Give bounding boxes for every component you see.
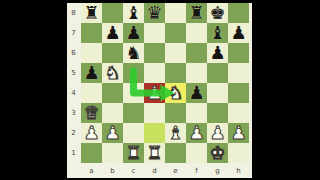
piece-black-king[interactable]: ♚ — [209, 3, 225, 23]
square-e4[interactable]: ♞ — [165, 83, 186, 103]
square-c3[interactable] — [123, 103, 144, 123]
square-a5[interactable]: ♟ — [81, 63, 102, 83]
square-g6[interactable]: ♟ — [207, 43, 228, 63]
square-a7[interactable] — [81, 23, 102, 43]
square-a1[interactable] — [81, 143, 102, 163]
square-d8[interactable]: ♛ — [144, 3, 165, 23]
piece-black-rook[interactable]: ♜ — [83, 3, 99, 23]
rank-label-8: 8 — [67, 9, 80, 18]
rank-label-3: 3 — [67, 109, 80, 118]
square-h3[interactable] — [228, 103, 249, 123]
square-e6[interactable] — [165, 43, 186, 63]
piece-black-queen[interactable]: ♛ — [146, 3, 162, 23]
square-d5[interactable] — [144, 63, 165, 83]
rank-label-4: 4 — [67, 89, 80, 98]
piece-white-pawn[interactable]: ♟ — [230, 123, 246, 143]
square-f5[interactable] — [186, 63, 207, 83]
file-label-b: b — [102, 165, 123, 177]
square-h4[interactable] — [228, 83, 249, 103]
square-c6[interactable]: ♞ — [123, 43, 144, 63]
square-a6[interactable] — [81, 43, 102, 63]
square-h8[interactable] — [228, 3, 249, 23]
square-g8[interactable]: ♚ — [207, 3, 228, 23]
file-label-g: g — [207, 165, 228, 177]
piece-white-rook[interactable]: ♜ — [146, 143, 162, 163]
piece-black-pawn[interactable]: ♟ — [125, 23, 141, 43]
square-c4[interactable] — [123, 83, 144, 103]
square-b4[interactable] — [102, 83, 123, 103]
piece-white-knight[interactable]: ♞ — [104, 63, 120, 83]
square-d6[interactable] — [144, 43, 165, 63]
square-b7[interactable]: ♟ — [102, 23, 123, 43]
square-d7[interactable] — [144, 23, 165, 43]
piece-white-queen[interactable]: ♛ — [83, 103, 99, 123]
square-g4[interactable] — [207, 83, 228, 103]
file-label-h: h — [228, 165, 249, 177]
square-h6[interactable] — [228, 43, 249, 63]
piece-white-king[interactable]: ♚ — [209, 143, 225, 163]
rank-label-6: 6 — [67, 49, 80, 58]
square-f6[interactable] — [186, 43, 207, 63]
square-b1[interactable] — [102, 143, 123, 163]
file-label-f: f — [186, 165, 207, 177]
square-f4[interactable]: ♟ — [186, 83, 207, 103]
piece-black-pawn[interactable]: ♟ — [188, 83, 204, 103]
square-d4[interactable]: ♟ — [144, 83, 165, 103]
square-b8[interactable] — [102, 3, 123, 23]
square-d3[interactable] — [144, 103, 165, 123]
square-e8[interactable] — [165, 3, 186, 23]
square-d2[interactable] — [144, 123, 165, 143]
square-g2[interactable]: ♟ — [207, 123, 228, 143]
piece-white-knight[interactable]: ♞ — [167, 83, 183, 103]
square-e7[interactable] — [165, 23, 186, 43]
video-frame-background: ♜♝♛♜♚♟♟♝♟♞♟♟♞♟♞♟♛♟♟♝♟♟♟♜♜♚ 87654321 abcd… — [0, 0, 320, 180]
square-c1[interactable]: ♜ — [123, 143, 144, 163]
square-c8[interactable]: ♝ — [123, 3, 144, 23]
piece-black-pawn[interactable]: ♟ — [209, 43, 225, 63]
piece-white-pawn[interactable]: ♟ — [104, 123, 120, 143]
file-label-a: a — [81, 165, 102, 177]
square-h5[interactable] — [228, 63, 249, 83]
square-h2[interactable]: ♟ — [228, 123, 249, 143]
chess-board: ♜♝♛♜♚♟♟♝♟♞♟♟♞♟♞♟♛♟♟♝♟♟♟♜♜♚ 87654321 abcd… — [67, 3, 252, 178]
square-h7[interactable]: ♟ — [228, 23, 249, 43]
square-b6[interactable] — [102, 43, 123, 63]
square-g7[interactable]: ♝ — [207, 23, 228, 43]
square-e2[interactable]: ♝ — [165, 123, 186, 143]
rank-label-7: 7 — [67, 29, 80, 38]
piece-white-bishop[interactable]: ♝ — [167, 123, 183, 143]
file-label-d: d — [144, 165, 165, 177]
square-e3[interactable] — [165, 103, 186, 123]
rank-label-1: 1 — [67, 149, 80, 158]
piece-white-rook[interactable]: ♜ — [125, 143, 141, 163]
square-f7[interactable] — [186, 23, 207, 43]
square-g3[interactable] — [207, 103, 228, 123]
square-f3[interactable] — [186, 103, 207, 123]
square-b3[interactable] — [102, 103, 123, 123]
square-f1[interactable] — [186, 143, 207, 163]
board-squares-grid: ♜♝♛♜♚♟♟♝♟♞♟♟♞♟♞♟♛♟♟♝♟♟♟♜♜♚ — [81, 3, 249, 163]
piece-white-pawn[interactable]: ♟ — [188, 123, 204, 143]
square-e1[interactable] — [165, 143, 186, 163]
piece-black-bishop[interactable]: ♝ — [209, 23, 225, 43]
rank-label-2: 2 — [67, 129, 80, 138]
square-a4[interactable] — [81, 83, 102, 103]
piece-black-pawn[interactable]: ♟ — [83, 63, 99, 83]
square-b2[interactable]: ♟ — [102, 123, 123, 143]
piece-white-pawn[interactable]: ♟ — [209, 123, 225, 143]
square-g1[interactable]: ♚ — [207, 143, 228, 163]
square-c7[interactable]: ♟ — [123, 23, 144, 43]
square-c2[interactable] — [123, 123, 144, 143]
square-f2[interactable]: ♟ — [186, 123, 207, 143]
square-d1[interactable]: ♜ — [144, 143, 165, 163]
piece-black-knight[interactable]: ♞ — [125, 43, 141, 63]
square-a2[interactable]: ♟ — [81, 123, 102, 143]
square-g5[interactable] — [207, 63, 228, 83]
square-f8[interactable]: ♜ — [186, 3, 207, 23]
piece-white-pawn[interactable]: ♟ — [83, 123, 99, 143]
square-h1[interactable] — [228, 143, 249, 163]
piece-black-rook[interactable]: ♜ — [188, 3, 204, 23]
square-e5[interactable] — [165, 63, 186, 83]
file-label-c: c — [123, 165, 144, 177]
file-label-e: e — [165, 165, 186, 177]
rank-label-5: 5 — [67, 69, 80, 78]
square-c5[interactable] — [123, 63, 144, 83]
piece-white-pawn[interactable]: ♟ — [146, 83, 162, 103]
square-b5[interactable]: ♞ — [102, 63, 123, 83]
piece-black-pawn[interactable]: ♟ — [230, 23, 246, 43]
piece-black-bishop[interactable]: ♝ — [125, 3, 141, 23]
square-a3[interactable]: ♛ — [81, 103, 102, 123]
piece-black-pawn[interactable]: ♟ — [104, 23, 120, 43]
square-a8[interactable]: ♜ — [81, 3, 102, 23]
